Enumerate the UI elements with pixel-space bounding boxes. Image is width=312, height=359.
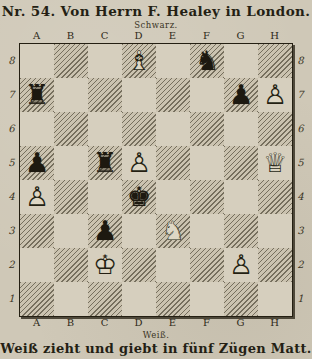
square-g1 (224, 282, 258, 316)
square-g7: ♟ (224, 78, 258, 112)
square-f7 (190, 78, 224, 112)
white-king-c2: ♚♔ (88, 248, 122, 282)
square-a3 (20, 214, 54, 248)
square-h2 (258, 248, 292, 282)
square-h4 (258, 180, 292, 214)
square-b3 (54, 214, 88, 248)
square-b2 (54, 248, 88, 282)
square-f5 (190, 146, 224, 180)
rank-label-1: 1 (293, 281, 308, 315)
file-label-c: C (88, 317, 122, 329)
square-e7 (156, 78, 190, 112)
file-label-b: B (54, 30, 88, 42)
square-g8 (224, 44, 258, 78)
square-f3 (190, 214, 224, 248)
rank-label-7: 7 (293, 77, 308, 111)
square-d1 (122, 282, 156, 316)
square-e2 (156, 248, 190, 282)
square-c6 (88, 112, 122, 146)
square-b6 (54, 112, 88, 146)
board-row: 87654321 ♝♗♞♜♟♟♙♟♜♟♙♛♕♟♙♚♟♞♘♚♔♟♙ 8765432… (0, 43, 312, 317)
square-b1 (54, 282, 88, 316)
file-label-f: F (190, 30, 224, 42)
rank-labels-left: 87654321 (4, 43, 19, 317)
rank-label-5: 5 (293, 145, 308, 179)
black-rook-c5: ♜ (88, 146, 122, 180)
square-f4 (190, 180, 224, 214)
square-a2 (20, 248, 54, 282)
square-d2 (122, 248, 156, 282)
square-g4 (224, 180, 258, 214)
black-rook-a7: ♜ (20, 78, 54, 112)
file-label-d: D (122, 317, 156, 329)
white-queen-h5: ♛♕ (258, 146, 292, 180)
white-pawn-a4: ♟♙ (20, 180, 54, 214)
square-b8 (54, 44, 88, 78)
square-d6 (122, 112, 156, 146)
white-pawn-d5: ♟♙ (122, 146, 156, 180)
rank-label-2: 2 (4, 247, 19, 281)
file-label-d: D (122, 30, 156, 42)
square-d4: ♚ (122, 180, 156, 214)
square-d8: ♝♗ (122, 44, 156, 78)
square-g6 (224, 112, 258, 146)
rank-labels-right: 87654321 (293, 43, 308, 317)
square-d3 (122, 214, 156, 248)
rank-label-4: 4 (293, 179, 308, 213)
square-d5: ♟♙ (122, 146, 156, 180)
square-c3: ♟ (88, 214, 122, 248)
white-bishop-d8: ♝♗ (122, 44, 156, 78)
square-h1 (258, 282, 292, 316)
square-c8 (88, 44, 122, 78)
file-label-e: E (156, 30, 190, 42)
square-c2: ♚♔ (88, 248, 122, 282)
square-e5 (156, 146, 190, 180)
square-b4 (54, 180, 88, 214)
square-h7: ♟♙ (258, 78, 292, 112)
square-g5 (224, 146, 258, 180)
square-f2 (190, 248, 224, 282)
file-label-c: C (88, 30, 122, 42)
rank-label-4: 4 (4, 179, 19, 213)
square-a7: ♜ (20, 78, 54, 112)
square-g2: ♟♙ (224, 248, 258, 282)
square-e6 (156, 112, 190, 146)
square-c7 (88, 78, 122, 112)
square-c5: ♜ (88, 146, 122, 180)
square-e3: ♞♘ (156, 214, 190, 248)
black-pawn-c3: ♟ (88, 214, 122, 248)
file-label-a: A (20, 317, 54, 329)
file-label-b: B (54, 317, 88, 329)
page: Nr. 54. Von Herrn F. Healey in London. S… (0, 0, 312, 359)
file-label-h: H (258, 30, 292, 42)
square-a5: ♟ (20, 146, 54, 180)
rank-label-3: 3 (4, 213, 19, 247)
white-side-label: Weiß. (0, 330, 312, 340)
file-labels-top: ABCDEFGH (20, 30, 292, 42)
square-a8 (20, 44, 54, 78)
white-knight-e3: ♞♘ (156, 214, 190, 248)
square-h8 (258, 44, 292, 78)
square-e1 (156, 282, 190, 316)
square-f1 (190, 282, 224, 316)
file-label-g: G (224, 30, 258, 42)
square-b7 (54, 78, 88, 112)
black-side-label: Schwarz. (0, 20, 312, 30)
square-e4 (156, 180, 190, 214)
white-pawn-g2: ♟♙ (224, 248, 258, 282)
file-labels-bottom: ABCDEFGH (20, 317, 292, 329)
file-label-f: F (190, 317, 224, 329)
square-a6 (20, 112, 54, 146)
chess-board: ♝♗♞♜♟♟♙♟♜♟♙♛♕♟♙♚♟♞♘♚♔♟♙ (19, 43, 293, 317)
square-e8 (156, 44, 190, 78)
rank-label-6: 6 (4, 111, 19, 145)
file-label-a: A (20, 30, 54, 42)
square-f6 (190, 112, 224, 146)
square-a1 (20, 282, 54, 316)
square-h5: ♛♕ (258, 146, 292, 180)
black-knight-f8: ♞ (190, 44, 224, 78)
rank-label-8: 8 (4, 43, 19, 77)
problem-title: Nr. 54. Von Herrn F. Healey in London. (0, 0, 312, 19)
square-h6 (258, 112, 292, 146)
file-label-e: E (156, 317, 190, 329)
black-pawn-g7: ♟ (224, 78, 258, 112)
square-f8: ♞ (190, 44, 224, 78)
black-pawn-a5: ♟ (20, 146, 54, 180)
rank-label-6: 6 (293, 111, 308, 145)
file-label-g: G (224, 317, 258, 329)
black-king-d4: ♚ (122, 180, 156, 214)
white-pawn-h7: ♟♙ (258, 78, 292, 112)
square-a4: ♟♙ (20, 180, 54, 214)
square-c4 (88, 180, 122, 214)
stipulation-caption: Weiß zieht und giebt in fünf Zügen Matt. (0, 341, 312, 357)
square-g3 (224, 214, 258, 248)
square-d7 (122, 78, 156, 112)
rank-label-2: 2 (293, 247, 308, 281)
rank-label-3: 3 (293, 213, 308, 247)
square-c1 (88, 282, 122, 316)
square-b5 (54, 146, 88, 180)
rank-label-8: 8 (293, 43, 308, 77)
rank-label-5: 5 (4, 145, 19, 179)
file-label-h: H (258, 317, 292, 329)
rank-label-1: 1 (4, 281, 19, 315)
square-h3 (258, 214, 292, 248)
rank-label-7: 7 (4, 77, 19, 111)
